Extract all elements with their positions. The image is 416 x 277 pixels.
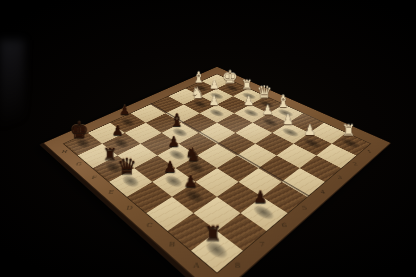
black-queen-e8: ♛ [106, 149, 147, 184]
photo-scene: ABCDEFGH12345678♜♛♜♚♟♟♟♟♞♟♟♝♟♞♟♟♟♟♟♝♜♝♛♜… [0, 0, 416, 277]
rank-label-1: 1 [363, 149, 377, 156]
file-label-g: G [71, 161, 86, 168]
rank-label-3: 3 [332, 174, 347, 182]
square-c8 [146, 197, 193, 231]
file-label-e: E [103, 188, 118, 197]
file-label-b: B [164, 239, 180, 250]
white-rook-a1: ♜ [330, 114, 366, 145]
rank-label-7: 7 [254, 239, 270, 250]
rank-label-2: 2 [348, 161, 363, 168]
background-reflection [0, 40, 24, 160]
file-label-c: C [142, 220, 158, 230]
rank-label-4: 4 [315, 188, 330, 197]
file-label-a: A [188, 260, 204, 273]
rank-label-5: 5 [297, 203, 312, 212]
square-c4 [237, 144, 277, 168]
white-pawn-b2: ♟ [292, 114, 328, 145]
black-pawn-a6: ♟ [238, 177, 283, 215]
board-wrapper: ABCDEFGH12345678♜♛♜♚♟♟♟♟♞♟♟♝♟♞♟♟♟♟♟♝♜♝♛♜… [80, 6, 352, 277]
square-b3 [277, 144, 317, 168]
square-d8 [127, 182, 172, 213]
chess-board: ABCDEFGH12345678♜♛♜♚♟♟♟♟♞♟♟♝♟♞♟♟♟♟♟♝♜♝♛♜… [43, 67, 392, 277]
rank-label-8: 8 [230, 260, 246, 273]
file-label-d: D [122, 203, 137, 212]
black-pawn-c7: ♟ [169, 162, 212, 198]
rank-label-6: 6 [277, 220, 293, 230]
black-rook-a8: ♜ [188, 211, 237, 253]
